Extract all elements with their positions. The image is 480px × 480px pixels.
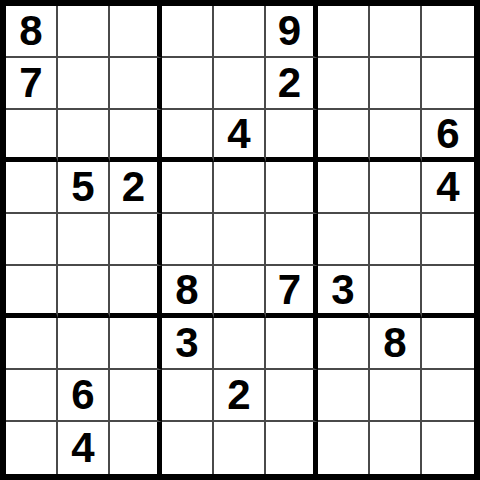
cell-r5c9-empty[interactable]: [422, 214, 474, 266]
cell-r7c2-empty[interactable]: [58, 318, 110, 370]
cell-r5c7-empty[interactable]: [318, 214, 370, 266]
cell-r2c1-given-7: 7: [6, 58, 58, 110]
cell-r5c4-empty[interactable]: [162, 214, 214, 266]
cell-r1c8-empty[interactable]: [370, 6, 422, 58]
cell-r8c9-empty[interactable]: [422, 370, 474, 422]
cell-r6c7-given-3: 3: [318, 266, 370, 318]
cell-r9c4-empty[interactable]: [162, 422, 214, 474]
cell-r6c2-empty[interactable]: [58, 266, 110, 318]
cell-r5c1-empty[interactable]: [6, 214, 58, 266]
cell-r9c8-empty[interactable]: [370, 422, 422, 474]
cell-r1c2-empty[interactable]: [58, 6, 110, 58]
cell-r8c4-empty[interactable]: [162, 370, 214, 422]
cell-r4c6-empty[interactable]: [266, 162, 318, 214]
cell-r7c9-empty[interactable]: [422, 318, 474, 370]
cell-r5c5-empty[interactable]: [214, 214, 266, 266]
cell-r4c1-empty[interactable]: [6, 162, 58, 214]
cell-r7c3-empty[interactable]: [110, 318, 162, 370]
cell-r9c2-given-4: 4: [58, 422, 110, 474]
cell-r1c7-empty[interactable]: [318, 6, 370, 58]
cell-r7c5-empty[interactable]: [214, 318, 266, 370]
cell-r3c4-empty[interactable]: [162, 110, 214, 162]
cell-r3c2-empty[interactable]: [58, 110, 110, 162]
cell-r7c6-empty[interactable]: [266, 318, 318, 370]
cell-r8c8-empty[interactable]: [370, 370, 422, 422]
cell-r6c6-given-7: 7: [266, 266, 318, 318]
cell-r6c8-empty[interactable]: [370, 266, 422, 318]
cell-r8c3-empty[interactable]: [110, 370, 162, 422]
sudoku-board: 89724652487338624: [0, 0, 480, 480]
cell-r9c3-empty[interactable]: [110, 422, 162, 474]
cell-r9c6-empty[interactable]: [266, 422, 318, 474]
cell-r9c9-empty[interactable]: [422, 422, 474, 474]
cell-r2c6-given-2: 2: [266, 58, 318, 110]
cell-r6c3-empty[interactable]: [110, 266, 162, 318]
cell-r2c4-empty[interactable]: [162, 58, 214, 110]
cell-r7c7-empty[interactable]: [318, 318, 370, 370]
cell-r1c6-given-9: 9: [266, 6, 318, 58]
cell-r7c1-empty[interactable]: [6, 318, 58, 370]
cell-r2c3-empty[interactable]: [110, 58, 162, 110]
cell-r4c4-empty[interactable]: [162, 162, 214, 214]
cell-r4c3-given-2: 2: [110, 162, 162, 214]
cell-r8c7-empty[interactable]: [318, 370, 370, 422]
cell-r1c1-given-8: 8: [6, 6, 58, 58]
cell-r5c2-empty[interactable]: [58, 214, 110, 266]
cell-r4c2-given-5: 5: [58, 162, 110, 214]
cell-r3c9-given-6: 6: [422, 110, 474, 162]
cell-r3c8-empty[interactable]: [370, 110, 422, 162]
cell-r5c8-empty[interactable]: [370, 214, 422, 266]
cell-r4c8-empty[interactable]: [370, 162, 422, 214]
cell-r3c7-empty[interactable]: [318, 110, 370, 162]
cell-r2c2-empty[interactable]: [58, 58, 110, 110]
cell-r7c4-given-3: 3: [162, 318, 214, 370]
cell-r8c5-given-2: 2: [214, 370, 266, 422]
cell-r8c2-given-6: 6: [58, 370, 110, 422]
cell-r2c9-empty[interactable]: [422, 58, 474, 110]
cell-r6c9-empty[interactable]: [422, 266, 474, 318]
cell-r4c7-empty[interactable]: [318, 162, 370, 214]
cell-r5c3-empty[interactable]: [110, 214, 162, 266]
cell-r2c5-empty[interactable]: [214, 58, 266, 110]
cell-r6c4-given-8: 8: [162, 266, 214, 318]
cell-r2c7-empty[interactable]: [318, 58, 370, 110]
cell-r9c1-empty[interactable]: [6, 422, 58, 474]
cell-r1c3-empty[interactable]: [110, 6, 162, 58]
cell-r4c9-given-4: 4: [422, 162, 474, 214]
cell-r9c7-empty[interactable]: [318, 422, 370, 474]
cell-r1c9-empty[interactable]: [422, 6, 474, 58]
cell-r3c5-given-4: 4: [214, 110, 266, 162]
cell-r9c5-empty[interactable]: [214, 422, 266, 474]
cell-r7c8-given-8: 8: [370, 318, 422, 370]
cell-r1c4-empty[interactable]: [162, 6, 214, 58]
cell-r1c5-empty[interactable]: [214, 6, 266, 58]
cell-r4c5-empty[interactable]: [214, 162, 266, 214]
cell-r3c1-empty[interactable]: [6, 110, 58, 162]
cell-r2c8-empty[interactable]: [370, 58, 422, 110]
cell-r8c1-empty[interactable]: [6, 370, 58, 422]
cell-r5c6-empty[interactable]: [266, 214, 318, 266]
cell-r3c3-empty[interactable]: [110, 110, 162, 162]
cell-r8c6-empty[interactable]: [266, 370, 318, 422]
cell-r6c5-empty[interactable]: [214, 266, 266, 318]
cell-r6c1-empty[interactable]: [6, 266, 58, 318]
cell-r3c6-empty[interactable]: [266, 110, 318, 162]
